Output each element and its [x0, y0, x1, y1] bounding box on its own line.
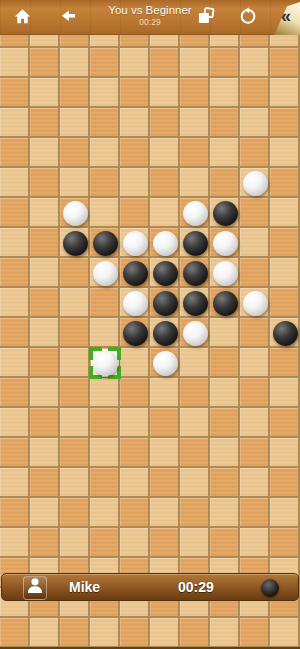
board-cell[interactable] — [90, 288, 120, 318]
board-cell[interactable] — [60, 48, 90, 78]
top-toolbar: You vs Beginner 00:29 « — [0, 0, 300, 35]
app-screen: You vs Beginner 00:29 « — [0, 0, 300, 649]
board-cell[interactable] — [0, 228, 30, 258]
board-cell[interactable] — [30, 138, 60, 168]
home-button[interactable] — [11, 8, 33, 28]
board-cell[interactable] — [120, 408, 150, 438]
board-cell[interactable] — [30, 438, 60, 468]
marker-corner — [108, 347, 121, 360]
board-cell[interactable] — [180, 348, 210, 378]
back-arrow-icon — [59, 8, 78, 29]
board-cell[interactable] — [240, 348, 270, 378]
refresh-button[interactable] — [236, 8, 258, 28]
board-cell[interactable] — [180, 618, 210, 648]
board-cell[interactable] — [240, 48, 270, 78]
board-cell[interactable] — [30, 528, 60, 558]
board-cell[interactable] — [210, 138, 240, 168]
board-cell[interactable] — [120, 168, 150, 198]
board-cell[interactable] — [240, 408, 270, 438]
board-cell[interactable] — [210, 288, 240, 318]
board-cell[interactable] — [0, 468, 30, 498]
board-cell[interactable] — [90, 618, 120, 648]
board-cell[interactable] — [90, 198, 120, 228]
board-cell[interactable] — [180, 228, 210, 258]
board-cell[interactable] — [210, 318, 240, 348]
board-cell[interactable] — [120, 228, 150, 258]
board-cell[interactable] — [90, 378, 120, 408]
board-cell[interactable] — [60, 228, 90, 258]
board-cell[interactable] — [270, 138, 300, 168]
board-cell[interactable] — [150, 438, 180, 468]
board-cell[interactable] — [210, 468, 240, 498]
board-cell[interactable] — [210, 438, 240, 468]
board-cell[interactable] — [240, 378, 270, 408]
board-cell[interactable] — [90, 498, 120, 528]
board-cell[interactable] — [120, 438, 150, 468]
board-cell[interactable] — [270, 408, 300, 438]
board-cell[interactable] — [150, 78, 180, 108]
board-cell[interactable] — [60, 348, 90, 378]
board-cell[interactable] — [30, 108, 60, 138]
board-cell[interactable] — [150, 108, 180, 138]
board-cell[interactable] — [240, 168, 270, 198]
board-cell[interactable] — [210, 78, 240, 108]
board-cell[interactable] — [120, 258, 150, 288]
board-cell[interactable] — [210, 168, 240, 198]
board-cell[interactable] — [180, 378, 210, 408]
board-cell[interactable] — [270, 258, 300, 288]
board-cell[interactable] — [30, 618, 60, 648]
board-cell[interactable] — [60, 108, 90, 138]
board-cell[interactable] — [0, 348, 30, 378]
board-cell[interactable] — [0, 198, 30, 228]
board-cell[interactable] — [0, 438, 30, 468]
board-cell[interactable] — [270, 78, 300, 108]
board-cell[interactable] — [60, 138, 90, 168]
board-cell[interactable] — [30, 198, 60, 228]
board-cell[interactable] — [210, 108, 240, 138]
board-cell[interactable] — [180, 498, 210, 528]
board-cell[interactable] — [90, 258, 120, 288]
collapse-chevrons-icon: « — [281, 6, 291, 26]
board-cell[interactable] — [240, 198, 270, 228]
board-cell[interactable] — [270, 378, 300, 408]
board-cell[interactable] — [180, 318, 210, 348]
board-cell[interactable] — [60, 78, 90, 108]
last-move-marker — [91, 349, 119, 377]
board-cell[interactable] — [60, 468, 90, 498]
board-cell[interactable] — [270, 168, 300, 198]
board-cell[interactable] — [0, 288, 30, 318]
board-cell[interactable] — [90, 228, 120, 258]
board-cell[interactable] — [210, 198, 240, 228]
person-icon — [25, 576, 45, 599]
board-cell[interactable] — [120, 528, 150, 558]
board-cell[interactable] — [90, 528, 120, 558]
collapse-toolbar-button[interactable]: « — [281, 4, 291, 28]
board-cell[interactable] — [0, 498, 30, 528]
board-cell[interactable] — [0, 258, 30, 288]
board-cell[interactable] — [150, 618, 180, 648]
board[interactable] — [0, 18, 300, 648]
board-cell[interactable] — [150, 288, 180, 318]
header-timer: 00:29 — [92, 17, 208, 27]
board-cell[interactable] — [120, 48, 150, 78]
board-cell[interactable] — [180, 468, 210, 498]
board-cell[interactable] — [180, 48, 210, 78]
board-cell[interactable] — [180, 108, 210, 138]
board-cell[interactable] — [120, 318, 150, 348]
board-cell[interactable] — [90, 108, 120, 138]
board-cell[interactable] — [270, 198, 300, 228]
board-cell[interactable] — [30, 168, 60, 198]
board-cell[interactable] — [270, 108, 300, 138]
board-cell[interactable] — [240, 108, 270, 138]
board-cell[interactable] — [150, 378, 180, 408]
marker-corner — [89, 347, 102, 360]
board-cell[interactable] — [240, 438, 270, 468]
board-cell[interactable] — [150, 228, 180, 258]
home-icon — [13, 7, 32, 30]
board-cell[interactable] — [210, 258, 240, 288]
board-cell[interactable] — [30, 498, 60, 528]
board-cell[interactable] — [210, 348, 240, 378]
board-cell[interactable] — [120, 198, 150, 228]
board-cell[interactable] — [180, 78, 210, 108]
board-cell[interactable] — [90, 408, 120, 438]
board-cell[interactable] — [150, 168, 180, 198]
board-cell[interactable] — [0, 168, 30, 198]
board-cell[interactable] — [60, 408, 90, 438]
board-cell[interactable] — [270, 48, 300, 78]
board-cell[interactable] — [180, 408, 210, 438]
board-cell[interactable] — [210, 378, 240, 408]
board-cell[interactable] — [240, 228, 270, 258]
marker-corner — [108, 366, 121, 379]
board-cell[interactable] — [150, 198, 180, 228]
board-cell[interactable] — [150, 48, 180, 78]
board-cell[interactable] — [60, 258, 90, 288]
board-cell[interactable] — [150, 468, 180, 498]
board-cell[interactable] — [0, 528, 30, 558]
board-cell[interactable] — [30, 78, 60, 108]
board-cell[interactable] — [270, 528, 300, 558]
board-cell[interactable] — [30, 48, 60, 78]
player-timer: 00:29 — [178, 579, 214, 595]
board-cell[interactable] — [180, 288, 210, 318]
board-cell[interactable] — [60, 378, 90, 408]
board-cell[interactable] — [90, 318, 120, 348]
board-cell[interactable] — [270, 498, 300, 528]
board-cell[interactable] — [150, 528, 180, 558]
board-cell[interactable] — [120, 498, 150, 528]
board-cell[interactable] — [240, 468, 270, 498]
board-cell[interactable] — [90, 78, 120, 108]
board-cell[interactable] — [240, 528, 270, 558]
board-cell[interactable] — [240, 78, 270, 108]
board-cell[interactable] — [240, 498, 270, 528]
share-button[interactable] — [195, 8, 217, 28]
board-cell[interactable] — [150, 408, 180, 438]
board-cell[interactable] — [180, 528, 210, 558]
board-cell[interactable] — [270, 288, 300, 318]
board-cell[interactable] — [180, 138, 210, 168]
board-cell[interactable] — [240, 618, 270, 648]
board-cell[interactable] — [30, 468, 60, 498]
board-cell[interactable] — [180, 198, 210, 228]
player-bar: Mike 00:29 — [1, 573, 299, 601]
board-cell[interactable] — [30, 228, 60, 258]
board-cell[interactable] — [240, 258, 270, 288]
board-cell[interactable] — [60, 528, 90, 558]
board-cell[interactable] — [90, 48, 120, 78]
board-cell[interactable] — [0, 408, 30, 438]
board-cell[interactable] — [60, 498, 90, 528]
player-name: Mike — [69, 579, 100, 595]
marker-corner — [89, 366, 102, 379]
board-cell[interactable] — [120, 348, 150, 378]
board-cell[interactable] — [0, 108, 30, 138]
board-cell[interactable] — [60, 168, 90, 198]
board-cell[interactable] — [120, 108, 150, 138]
board-cell[interactable] — [0, 378, 30, 408]
board-cell[interactable] — [0, 78, 30, 108]
board-cell[interactable] — [0, 618, 30, 648]
refresh-icon — [238, 7, 257, 30]
board-cell[interactable] — [0, 318, 30, 348]
share-icon — [196, 6, 216, 30]
board-cell[interactable] — [120, 618, 150, 648]
board-cell[interactable] — [180, 168, 210, 198]
board-cell[interactable] — [240, 318, 270, 348]
board-cell[interactable] — [0, 48, 30, 78]
board-cell[interactable] — [30, 258, 60, 288]
board-cell[interactable] — [270, 618, 300, 648]
board-cell[interactable] — [150, 258, 180, 288]
board-cell[interactable] — [210, 48, 240, 78]
board-cell[interactable] — [60, 288, 90, 318]
board-cell[interactable] — [150, 348, 180, 378]
board-cell[interactable] — [90, 138, 120, 168]
player-avatar — [23, 576, 47, 600]
board-cell[interactable] — [0, 138, 30, 168]
board-cell[interactable] — [120, 378, 150, 408]
board-cell[interactable] — [60, 198, 90, 228]
board-cell[interactable] — [270, 468, 300, 498]
board-cell[interactable] — [180, 438, 210, 468]
board-cell[interactable] — [270, 318, 300, 348]
board-cell[interactable] — [60, 438, 90, 468]
board-cell[interactable] — [270, 228, 300, 258]
board-cell[interactable] — [30, 318, 60, 348]
board-cell[interactable] — [210, 618, 240, 648]
board-cell[interactable] — [210, 228, 240, 258]
board-cell[interactable] — [210, 408, 240, 438]
board-cell[interactable] — [150, 498, 180, 528]
board-cell[interactable] — [150, 318, 180, 348]
board-cell[interactable] — [60, 318, 90, 348]
game-title-block: You vs Beginner 00:29 — [92, 4, 208, 27]
board-cell[interactable] — [60, 618, 90, 648]
board-cell[interactable] — [120, 78, 150, 108]
board-cell[interactable] — [90, 168, 120, 198]
board-cell[interactable] — [150, 138, 180, 168]
board-cell[interactable] — [90, 438, 120, 468]
player-stone-color-indicator — [261, 579, 279, 597]
board-cell[interactable] — [30, 288, 60, 318]
board-cell[interactable] — [240, 138, 270, 168]
board-cell[interactable] — [210, 498, 240, 528]
page-title: You vs Beginner — [92, 4, 208, 17]
board-cell[interactable] — [210, 528, 240, 558]
board-cell[interactable] — [90, 468, 120, 498]
board-cell[interactable] — [240, 288, 270, 318]
board-cell[interactable] — [30, 348, 60, 378]
board-cell[interactable] — [270, 348, 300, 378]
board-cell[interactable] — [120, 468, 150, 498]
board-cell[interactable] — [180, 258, 210, 288]
board-cell[interactable] — [30, 378, 60, 408]
board-cell[interactable] — [120, 288, 150, 318]
board-cell[interactable] — [270, 438, 300, 468]
board-cell[interactable] — [120, 138, 150, 168]
board-cell[interactable] — [30, 408, 60, 438]
back-button[interactable] — [57, 8, 79, 28]
